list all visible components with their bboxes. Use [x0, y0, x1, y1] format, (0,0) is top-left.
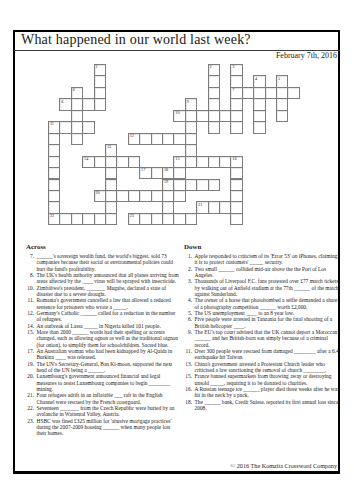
clue-number: 15.: [184, 373, 192, 379]
clue-text: France banned supermarkets from throwing…: [195, 373, 332, 385]
across-clue-list: 7.______'s sovereign wealth fund, the wo…: [26, 253, 179, 437]
clue-number: 2.: [184, 266, 192, 272]
cell-number: 9: [187, 100, 189, 105]
cell-number: 21: [198, 203, 202, 208]
across-heading: Across: [26, 244, 179, 250]
clue-text: Germany's Catholic ______ called for a r…: [37, 310, 176, 322]
clue-text: The owner of a horse that photobombed a …: [195, 297, 338, 309]
across-clue: 11.Romania's government cancelled a law …: [26, 297, 179, 310]
clue-number: 16.: [184, 386, 192, 392]
copyright-footer: © 2016 The Komzita Crossword Company: [231, 462, 338, 469]
across-clue: 10.Zimbabwe's president, _______ Mugabe,…: [26, 285, 179, 298]
clue-text: The ______ bank, Credit Suisse, reported…: [195, 399, 339, 411]
cell-number: 23: [130, 214, 134, 219]
clue-text: Romania's government cancelled a law tha…: [37, 297, 171, 309]
across-clue: 21.Four refugees adrift in an inflatable…: [26, 392, 179, 405]
clue-number: 8.: [26, 272, 34, 278]
clue-text: Seventeen _______ from the Czech Republi…: [37, 405, 175, 417]
clue-text: China's government arrested a Protestant…: [195, 361, 327, 373]
clue-number: 19.: [26, 361, 34, 367]
clue-text: The UK's health authority announced that…: [37, 272, 179, 284]
clue-text: Over 300 people were rescued from damage…: [195, 348, 339, 360]
cell-number: 16: [232, 157, 236, 162]
clue-text: The UN's Secretary-General, Ban Ki-moon,…: [37, 361, 173, 373]
grid-cell[interactable]: [208, 121, 220, 133]
clue-text: Zimbabwe's president, _______ Mugabe, de…: [37, 285, 167, 297]
cell-number: 3: [232, 65, 234, 70]
clue-number: 9.: [184, 329, 192, 335]
clue-text: Luxembourg's government announced financ…: [37, 373, 171, 392]
cell-number: 19: [164, 180, 168, 185]
down-clue: 1.Apple responded to criticism of its 'E…: [184, 253, 340, 266]
down-clue: 11.Over 300 people were rescued from dam…: [184, 348, 340, 361]
clue-text: A Russian teenage ice ______ player died…: [195, 386, 340, 398]
clue-text: Thousands of Liverpool F.C. fans protest…: [195, 278, 339, 297]
clue-text: HSBC was fined £325 million for 'abusive…: [37, 418, 172, 437]
grid-cell[interactable]: [71, 133, 83, 145]
grid-cell[interactable]: [94, 98, 106, 110]
grid-cell[interactable]: [230, 121, 242, 133]
clue-number: 3.: [184, 278, 192, 284]
across-clue: 20.Luxembourg's government announced fin…: [26, 373, 179, 392]
cell-number: 13: [107, 145, 111, 150]
down-clue: 3.Thousands of Liverpool F.C. fans prote…: [184, 278, 340, 297]
cell-number: 1: [95, 65, 97, 70]
clue-text: The US unemployment ____ to an 8 year lo…: [195, 310, 295, 316]
grid-cell[interactable]: [173, 190, 185, 202]
down-clue: 2.Two small ______ collided mid-air abov…: [184, 266, 340, 279]
clue-number: 13.: [184, 361, 192, 367]
across-clue: 17.An Australian woman who had been kidn…: [26, 348, 179, 361]
cell-number: 10: [175, 111, 179, 116]
grid-cell[interactable]: [82, 121, 94, 133]
crossword-grid: 1234567891011121314151617181920212223: [48, 64, 300, 226]
cell-number: 15: [175, 157, 179, 162]
cell-number: 18: [164, 168, 168, 173]
down-clues: Down 1.Apple responded to criticism of i…: [184, 244, 340, 411]
down-clue: 13.China's government arrested a Protest…: [184, 361, 340, 374]
clue-number: 20.: [26, 373, 34, 379]
cell-number: 11: [50, 122, 54, 127]
clue-text: More than 2000 ______ words had their sp…: [37, 329, 178, 348]
cell-number: 2: [209, 65, 211, 70]
across-clue: 7.______'s sovereign wealth fund, the wo…: [26, 253, 179, 272]
down-clue: 4.The owner of a horse that photobombed …: [184, 297, 340, 310]
clue-text: Four refugees adrift in an inflatable __…: [37, 392, 163, 404]
clue-number: 4.: [184, 297, 192, 303]
cell-number: 17: [141, 168, 145, 173]
clue-number: 17.: [26, 348, 34, 354]
cell-number: 6: [73, 88, 75, 93]
cell-number: 7: [232, 88, 234, 93]
clue-text: The EU's top court advised that the UK c…: [195, 329, 338, 348]
cell-number: 12: [130, 134, 134, 139]
grid-cell[interactable]: [276, 110, 288, 122]
cell-number: 4: [255, 77, 257, 82]
across-clue: 15.More than 2000 ______ words had their…: [26, 329, 179, 348]
clue-text: Two small ______ collided mid-air above …: [195, 266, 327, 278]
clue-number: 12.: [26, 310, 34, 316]
down-clue: 15.France banned supermarkets from throw…: [184, 373, 340, 386]
clue-text: An outbreak of Lassa _____ in Nigeria ki…: [37, 323, 161, 329]
across-clue: 23.HSBC was fined £325 million for 'abus…: [26, 418, 179, 437]
grid-cell[interactable]: [208, 179, 220, 191]
clue-number: 6.: [184, 316, 192, 322]
puzzle-date: February 7th, 2016: [276, 51, 337, 60]
across-clue: 19.The UN's Secretary-General, Ban Ki-mo…: [26, 361, 179, 374]
clue-number: 11.: [184, 348, 192, 354]
crossword-page: { "page": { "title": "What happened in o…: [0, 0, 354, 500]
down-clue: 6.Five people were arrested in Tanzania …: [184, 316, 340, 329]
clue-number: 7.: [26, 253, 34, 259]
grid-cell[interactable]: [185, 213, 197, 225]
down-clue: 18.The ______ bank, Credit Suisse, repor…: [184, 399, 340, 412]
down-clue: 16.A Russian teenage ice ______ player d…: [184, 386, 340, 399]
down-heading: Down: [184, 244, 340, 250]
clue-text: ______'s sovereign wealth fund, the worl…: [37, 253, 173, 272]
across-clue: 8.The UK's health authority announced th…: [26, 272, 179, 285]
down-clue-list: 1.Apple responded to criticism of its 'E…: [184, 253, 340, 412]
grid-cell[interactable]: [230, 213, 242, 225]
cell-number: 5: [278, 77, 280, 82]
grid-cell[interactable]: [105, 213, 117, 225]
page-title: What happened in our world last week?: [21, 32, 251, 48]
clue-text: Five people were arrested in Tanzania fo…: [195, 316, 333, 328]
clue-number: 23.: [26, 418, 34, 424]
clue-number: 11.: [26, 297, 34, 303]
clue-number: 18.: [184, 399, 192, 405]
across-clue: 22.Seventeen _______ from the Czech Repu…: [26, 405, 179, 418]
grid-cell[interactable]: [253, 121, 265, 133]
clue-number: 1.: [184, 253, 192, 259]
across-clues: Across 7.______'s sovereign wealth fund,…: [26, 244, 179, 437]
across-clue: 12.Germany's Catholic ______ called for …: [26, 310, 179, 323]
cell-number: 20: [95, 191, 99, 196]
clue-number: 10.: [26, 285, 34, 291]
clue-number: 22.: [26, 405, 34, 411]
clue-text: An Australian woman who had been kidnapp…: [37, 348, 173, 360]
grid-cell[interactable]: [287, 87, 299, 99]
clue-number: 21.: [26, 392, 34, 398]
cell-number: 8: [61, 100, 63, 105]
cell-number: 14: [84, 157, 88, 162]
clue-text: Apple responded to criticism of its 'Err…: [195, 253, 338, 265]
down-clue: 9.The EU's top court advised that the UK…: [184, 329, 340, 348]
cell-number: 22: [50, 214, 54, 219]
clue-number: 15.: [26, 329, 34, 335]
